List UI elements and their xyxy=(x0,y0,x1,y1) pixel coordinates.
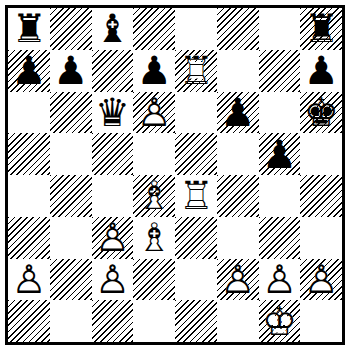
board-frame: ♜♝♜♟♟♟♜♖♟♛♟♙♟♚♟♝♗♜♖♟♙♝♗♟♙♟♙♟♙♟♙♟♙♚♔ xyxy=(5,5,345,345)
piece-white-pawn-icon: ♙ xyxy=(92,259,134,301)
square-f1[interactable] xyxy=(217,300,259,342)
white-pawn-fill: ♟ xyxy=(92,259,134,301)
white-bishop-fill: ♝ xyxy=(133,175,175,217)
square-f2[interactable]: ♟♙ xyxy=(217,259,259,301)
square-d1[interactable] xyxy=(133,300,175,342)
square-c5[interactable] xyxy=(92,133,134,175)
piece-black-queen-icon: ♛ xyxy=(92,92,134,134)
square-d7[interactable]: ♟ xyxy=(133,50,175,92)
piece-white-rook-icon: ♖ xyxy=(175,50,217,92)
square-g1[interactable]: ♚♔ xyxy=(259,300,301,342)
square-g4[interactable] xyxy=(259,175,301,217)
piece-black-pawn-icon: ♟ xyxy=(50,50,92,92)
white-king-fill: ♚ xyxy=(259,300,301,342)
square-e4[interactable]: ♜♖ xyxy=(175,175,217,217)
chess-board: ♜♝♜♟♟♟♜♖♟♛♟♙♟♚♟♝♗♜♖♟♙♝♗♟♙♟♙♟♙♟♙♟♙♚♔ xyxy=(8,8,342,342)
square-b5[interactable] xyxy=(50,133,92,175)
square-h5[interactable] xyxy=(300,133,342,175)
piece-white-bishop-icon: ♗ xyxy=(133,217,175,259)
square-g2[interactable]: ♟♙ xyxy=(259,259,301,301)
piece-white-rook-icon: ♖ xyxy=(175,175,217,217)
square-e5[interactable] xyxy=(175,133,217,175)
white-rook-fill: ♜ xyxy=(175,175,217,217)
white-pawn-fill: ♟ xyxy=(8,259,50,301)
square-h1[interactable] xyxy=(300,300,342,342)
piece-white-pawn-icon: ♙ xyxy=(92,217,134,259)
square-b6[interactable] xyxy=(50,92,92,134)
piece-black-pawn-icon: ♟ xyxy=(8,50,50,92)
square-e8[interactable] xyxy=(175,8,217,50)
square-d4[interactable]: ♝♗ xyxy=(133,175,175,217)
square-a5[interactable] xyxy=(8,133,50,175)
square-e6[interactable] xyxy=(175,92,217,134)
square-h7[interactable]: ♟ xyxy=(300,50,342,92)
square-d8[interactable] xyxy=(133,8,175,50)
square-c4[interactable] xyxy=(92,175,134,217)
square-a4[interactable] xyxy=(8,175,50,217)
white-pawn-fill: ♟ xyxy=(92,217,134,259)
square-f8[interactable] xyxy=(217,8,259,50)
square-b8[interactable] xyxy=(50,8,92,50)
square-d2[interactable] xyxy=(133,259,175,301)
square-b4[interactable] xyxy=(50,175,92,217)
square-e1[interactable] xyxy=(175,300,217,342)
square-a1[interactable] xyxy=(8,300,50,342)
square-h6[interactable]: ♚ xyxy=(300,92,342,134)
square-c3[interactable]: ♟♙ xyxy=(92,217,134,259)
square-b3[interactable] xyxy=(50,217,92,259)
piece-white-pawn-icon: ♙ xyxy=(133,92,175,134)
square-h2[interactable]: ♟♙ xyxy=(300,259,342,301)
square-a2[interactable]: ♟♙ xyxy=(8,259,50,301)
piece-white-pawn-icon: ♙ xyxy=(259,259,301,301)
piece-white-pawn-icon: ♙ xyxy=(8,259,50,301)
white-bishop-fill: ♝ xyxy=(133,217,175,259)
square-a6[interactable] xyxy=(8,92,50,134)
square-g7[interactable] xyxy=(259,50,301,92)
piece-black-bishop-icon: ♝ xyxy=(92,8,134,50)
square-f6[interactable]: ♟ xyxy=(217,92,259,134)
square-b2[interactable] xyxy=(50,259,92,301)
square-g5[interactable]: ♟ xyxy=(259,133,301,175)
square-g8[interactable] xyxy=(259,8,301,50)
piece-white-pawn-icon: ♙ xyxy=(217,259,259,301)
white-pawn-fill: ♟ xyxy=(300,259,342,301)
square-g6[interactable] xyxy=(259,92,301,134)
square-b7[interactable]: ♟ xyxy=(50,50,92,92)
square-c6[interactable]: ♛ xyxy=(92,92,134,134)
square-e7[interactable]: ♜♖ xyxy=(175,50,217,92)
piece-black-pawn-icon: ♟ xyxy=(133,50,175,92)
square-b1[interactable] xyxy=(50,300,92,342)
piece-black-rook-icon: ♜ xyxy=(300,8,342,50)
square-f4[interactable] xyxy=(217,175,259,217)
square-c8[interactable]: ♝ xyxy=(92,8,134,50)
piece-white-pawn-icon: ♙ xyxy=(300,259,342,301)
square-a7[interactable]: ♟ xyxy=(8,50,50,92)
white-pawn-fill: ♟ xyxy=(259,259,301,301)
square-h8[interactable]: ♜ xyxy=(300,8,342,50)
piece-black-king-icon: ♚ xyxy=(300,92,342,134)
square-d6[interactable]: ♟♙ xyxy=(133,92,175,134)
piece-white-king-icon: ♔ xyxy=(259,300,301,342)
square-h3[interactable] xyxy=(300,217,342,259)
piece-white-bishop-icon: ♗ xyxy=(133,175,175,217)
piece-black-pawn-icon: ♟ xyxy=(300,50,342,92)
piece-black-pawn-icon: ♟ xyxy=(259,133,301,175)
square-c2[interactable]: ♟♙ xyxy=(92,259,134,301)
piece-black-pawn-icon: ♟ xyxy=(217,92,259,134)
square-c7[interactable] xyxy=(92,50,134,92)
square-a8[interactable]: ♜ xyxy=(8,8,50,50)
square-g3[interactable] xyxy=(259,217,301,259)
square-e2[interactable] xyxy=(175,259,217,301)
square-f7[interactable] xyxy=(217,50,259,92)
square-c1[interactable] xyxy=(92,300,134,342)
square-e3[interactable] xyxy=(175,217,217,259)
square-f3[interactable] xyxy=(217,217,259,259)
square-f5[interactable] xyxy=(217,133,259,175)
white-rook-fill: ♜ xyxy=(175,50,217,92)
piece-black-rook-icon: ♜ xyxy=(8,8,50,50)
square-d5[interactable] xyxy=(133,133,175,175)
square-d3[interactable]: ♝♗ xyxy=(133,217,175,259)
white-pawn-fill: ♟ xyxy=(217,259,259,301)
white-pawn-fill: ♟ xyxy=(133,92,175,134)
square-a3[interactable] xyxy=(8,217,50,259)
square-h4[interactable] xyxy=(300,175,342,217)
